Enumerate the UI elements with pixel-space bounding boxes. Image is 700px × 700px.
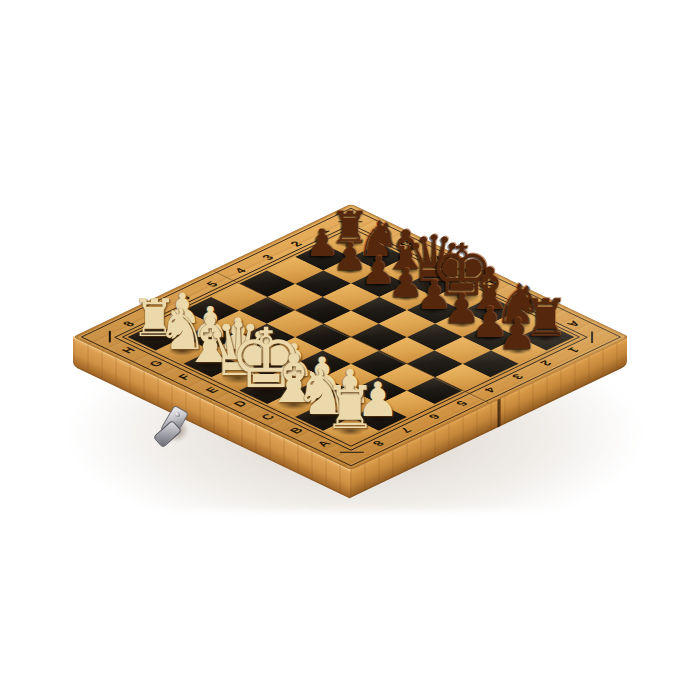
pieces-layer: ♜♞♝♚♛♝♞♜♟♟♟♟♟♟♟♟♜♞♝♚♛♝♞♜♟♟♟♟♟♟♟♟ [0,0,700,700]
piece-light-rook-a8[interactable]: ♜ [324,379,377,438]
product-photo: 11HH22GG33FF44EE55DD66CC77BB88AA ♜♞♝♚♛♝♞… [0,0,700,700]
metal-clasp-icon[interactable] [150,403,202,455]
piece-dark-pawn-a2[interactable]: ♟ [498,313,537,356]
clasp-pin [175,412,180,417]
